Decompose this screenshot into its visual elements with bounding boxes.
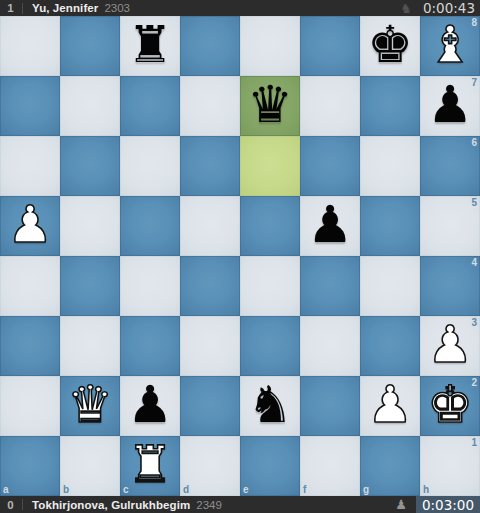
square-h2[interactable]: ♚2 xyxy=(420,376,480,436)
square-g1[interactable]: g xyxy=(360,436,420,496)
square-e6[interactable] xyxy=(240,136,300,196)
square-c8[interactable]: ♜ xyxy=(120,16,180,76)
square-g7[interactable] xyxy=(360,76,420,136)
coord-rank-5: 5 xyxy=(471,197,477,208)
coord-file-a: a xyxy=(3,484,9,495)
square-f7[interactable] xyxy=(300,76,360,136)
square-b2[interactable]: ♛ xyxy=(60,376,120,436)
square-e7[interactable]: ♛ xyxy=(240,76,300,136)
square-b8[interactable] xyxy=(60,16,120,76)
coord-file-e: e xyxy=(243,484,249,495)
pawn-icon: ♟ xyxy=(395,498,407,511)
square-d1[interactable]: d xyxy=(180,436,240,496)
piece-black-pawn[interactable]: ♟ xyxy=(420,76,480,136)
square-g8[interactable]: ♚ xyxy=(360,16,420,76)
square-e4[interactable] xyxy=(240,256,300,316)
piece-white-pawn[interactable]: ♟ xyxy=(0,196,60,256)
square-f1[interactable]: f xyxy=(300,436,360,496)
coord-rank-4: 4 xyxy=(471,257,477,268)
chess-board[interactable]: ♜♚♝8♛♟76♟♟54♟3♛♟♞♟♚2ab♜cdefg1h xyxy=(0,16,480,496)
square-h8[interactable]: ♝8 xyxy=(420,16,480,76)
square-c6[interactable] xyxy=(120,136,180,196)
chess-game-screen: 1 Yu, Jennifer 2303 ♞ 0:00:43 ♜♚♝8♛♟76♟♟… xyxy=(0,0,480,513)
square-h6[interactable]: 6 xyxy=(420,136,480,196)
top-player-clock: 0:00:43 xyxy=(421,0,480,16)
bottom-player-score: 0 xyxy=(0,499,19,511)
square-g5[interactable] xyxy=(360,196,420,256)
square-d7[interactable] xyxy=(180,76,240,136)
square-e5[interactable] xyxy=(240,196,300,256)
coord-file-d: d xyxy=(183,484,189,495)
top-player-score: 1 xyxy=(0,2,19,14)
piece-white-pawn[interactable]: ♟ xyxy=(420,316,480,376)
square-h7[interactable]: ♟7 xyxy=(420,76,480,136)
piece-black-pawn[interactable]: ♟ xyxy=(300,196,360,256)
square-h4[interactable]: 4 xyxy=(420,256,480,316)
square-c7[interactable] xyxy=(120,76,180,136)
piece-black-rook[interactable]: ♜ xyxy=(120,16,180,76)
square-b3[interactable] xyxy=(60,316,120,376)
square-h3[interactable]: ♟3 xyxy=(420,316,480,376)
square-e8[interactable] xyxy=(240,16,300,76)
piece-white-bishop[interactable]: ♝ xyxy=(420,16,480,76)
piece-black-knight[interactable]: ♞ xyxy=(240,376,300,436)
square-f3[interactable] xyxy=(300,316,360,376)
square-d8[interactable] xyxy=(180,16,240,76)
square-g6[interactable] xyxy=(360,136,420,196)
piece-black-pawn[interactable]: ♟ xyxy=(120,376,180,436)
top-player-bar: 1 Yu, Jennifer 2303 ♞ 0:00:43 xyxy=(0,0,480,16)
square-e2[interactable]: ♞ xyxy=(240,376,300,436)
square-d3[interactable] xyxy=(180,316,240,376)
piece-white-queen[interactable]: ♛ xyxy=(60,376,120,436)
square-g4[interactable] xyxy=(360,256,420,316)
separator xyxy=(22,3,23,14)
coord-file-h: h xyxy=(423,484,429,495)
square-f2[interactable] xyxy=(300,376,360,436)
square-a6[interactable] xyxy=(0,136,60,196)
coord-file-b: b xyxy=(63,484,69,495)
square-d6[interactable] xyxy=(180,136,240,196)
square-f6[interactable] xyxy=(300,136,360,196)
square-f8[interactable] xyxy=(300,16,360,76)
square-d4[interactable] xyxy=(180,256,240,316)
top-player-name[interactable]: Yu, Jennifer xyxy=(32,2,98,14)
square-c4[interactable] xyxy=(120,256,180,316)
bottom-player-name[interactable]: Tokhirjonova, Gulrukhbegim xyxy=(32,499,190,511)
piece-white-king[interactable]: ♚ xyxy=(420,376,480,436)
square-c3[interactable] xyxy=(120,316,180,376)
coord-rank-6: 6 xyxy=(471,137,477,148)
bottom-player-clock: 0:03:00 xyxy=(416,496,480,513)
coord-rank-1: 1 xyxy=(471,437,477,448)
top-player-rating: 2303 xyxy=(104,2,130,14)
square-b6[interactable] xyxy=(60,136,120,196)
separator xyxy=(22,499,23,510)
square-a2[interactable] xyxy=(0,376,60,436)
bottom-player-bar: 0 Tokhirjonova, Gulrukhbegim 2349 ♟ 0:03… xyxy=(0,496,480,513)
square-a1[interactable]: a xyxy=(0,436,60,496)
square-g2[interactable]: ♟ xyxy=(360,376,420,436)
square-d2[interactable] xyxy=(180,376,240,436)
square-a8[interactable] xyxy=(0,16,60,76)
square-h1[interactable]: 1h xyxy=(420,436,480,496)
square-a4[interactable] xyxy=(0,256,60,316)
square-c5[interactable] xyxy=(120,196,180,256)
coord-file-f: f xyxy=(303,484,306,495)
piece-white-pawn[interactable]: ♟ xyxy=(360,376,420,436)
square-e1[interactable]: e xyxy=(240,436,300,496)
square-c1[interactable]: ♜c xyxy=(120,436,180,496)
square-b5[interactable] xyxy=(60,196,120,256)
square-c2[interactable]: ♟ xyxy=(120,376,180,436)
coord-file-g: g xyxy=(363,484,369,495)
square-a7[interactable] xyxy=(0,76,60,136)
square-f5[interactable]: ♟ xyxy=(300,196,360,256)
square-h5[interactable]: 5 xyxy=(420,196,480,256)
square-f4[interactable] xyxy=(300,256,360,316)
square-b7[interactable] xyxy=(60,76,120,136)
piece-white-rook[interactable]: ♜ xyxy=(120,436,180,496)
bottom-player-rating: 2349 xyxy=(196,499,222,511)
knight-icon: ♞ xyxy=(400,2,412,15)
square-d5[interactable] xyxy=(180,196,240,256)
square-b4[interactable] xyxy=(60,256,120,316)
square-a3[interactable] xyxy=(0,316,60,376)
square-e3[interactable] xyxy=(240,316,300,376)
square-g3[interactable] xyxy=(360,316,420,376)
square-b1[interactable]: b xyxy=(60,436,120,496)
square-a5[interactable]: ♟ xyxy=(0,196,60,256)
piece-black-queen[interactable]: ♛ xyxy=(240,76,300,136)
piece-black-king[interactable]: ♚ xyxy=(360,16,420,76)
